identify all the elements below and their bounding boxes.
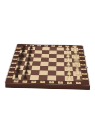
hinge-icon [83,56,85,57]
piece-black-rook: ♜ [12,72,21,80]
square-a7: ♟ [21,75,31,80]
piece-black-pawn: ♟ [21,73,30,80]
coordinate-plate: a [82,78,88,80]
file-label: a [82,76,89,81]
square-b3 [56,71,65,76]
board-box-side [5,83,90,90]
piece-white-pawn: ♟ [65,75,74,82]
square-a2: ♟ [65,76,74,81]
chess-board: 87654321h♜♟♟♜hg♞♟♟♞gf♝♟♟♝fe♚♟♟♚ed♛♟♟♛dc♝… [5,44,89,85]
piece-white-rook: ♜ [74,74,83,82]
chess-set-photo: 87654321h♜♟♟♜hg♞♟♟♞gf♝♟♟♝fe♚♟♟♚ed♛♟♟♛dc♝… [0,0,95,126]
square-a1: ♜ [73,76,82,81]
